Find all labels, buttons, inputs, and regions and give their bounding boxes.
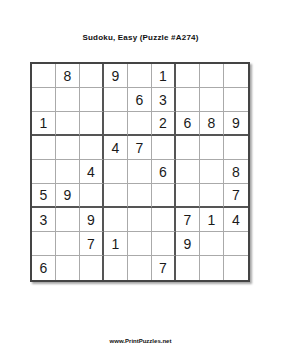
cell-r1c8[interactable]: [200, 64, 224, 88]
cell-r3c4[interactable]: [104, 112, 128, 136]
cell-r6c3[interactable]: [80, 184, 104, 208]
cell-r7c6[interactable]: [152, 208, 176, 232]
cell-r5c2[interactable]: [56, 160, 80, 184]
cell-r5c9[interactable]: 8: [224, 160, 248, 184]
cell-r1c2[interactable]: 8: [56, 64, 80, 88]
cell-r8c1[interactable]: [32, 232, 56, 256]
printed-puzzle-page: Sudoku, Easy (Puzzle #A274) 891631268947…: [0, 0, 281, 363]
cell-r5c8[interactable]: [200, 160, 224, 184]
cell-r9c3[interactable]: [80, 256, 104, 280]
cell-r6c6[interactable]: [152, 184, 176, 208]
cell-r9c1[interactable]: 6: [32, 256, 56, 280]
cell-r3c9[interactable]: 9: [224, 112, 248, 136]
cell-r7c2[interactable]: [56, 208, 80, 232]
cell-r5c5[interactable]: [128, 160, 152, 184]
cell-r1c1[interactable]: [32, 64, 56, 88]
cell-r8c5[interactable]: [128, 232, 152, 256]
cell-r3c7[interactable]: 6: [176, 112, 200, 136]
cell-r3c5[interactable]: [128, 112, 152, 136]
cell-r5c1[interactable]: [32, 160, 56, 184]
cell-r1c9[interactable]: [224, 64, 248, 88]
cell-r7c1[interactable]: 3: [32, 208, 56, 232]
cell-r7c9[interactable]: 4: [224, 208, 248, 232]
cell-r4c3[interactable]: [80, 136, 104, 160]
cell-r4c5[interactable]: 7: [128, 136, 152, 160]
cell-r1c7[interactable]: [176, 64, 200, 88]
cell-r5c7[interactable]: [176, 160, 200, 184]
cell-r4c7[interactable]: [176, 136, 200, 160]
cell-r9c4[interactable]: [104, 256, 128, 280]
cell-r4c6[interactable]: [152, 136, 176, 160]
cell-r6c2[interactable]: 9: [56, 184, 80, 208]
cell-r5c6[interactable]: 6: [152, 160, 176, 184]
cell-r6c8[interactable]: [200, 184, 224, 208]
cell-r8c6[interactable]: [152, 232, 176, 256]
cell-r9c2[interactable]: [56, 256, 80, 280]
cell-r9c9[interactable]: [224, 256, 248, 280]
cell-r3c3[interactable]: [80, 112, 104, 136]
cell-r2c1[interactable]: [32, 88, 56, 112]
cell-r1c3[interactable]: [80, 64, 104, 88]
cell-r7c5[interactable]: [128, 208, 152, 232]
cell-r2c8[interactable]: [200, 88, 224, 112]
cell-r8c9[interactable]: [224, 232, 248, 256]
cell-r2c5[interactable]: 6: [128, 88, 152, 112]
cell-r2c7[interactable]: [176, 88, 200, 112]
cell-r6c1[interactable]: 5: [32, 184, 56, 208]
cell-r8c2[interactable]: [56, 232, 80, 256]
cell-r4c1[interactable]: [32, 136, 56, 160]
cell-r8c8[interactable]: [200, 232, 224, 256]
cell-r9c7[interactable]: [176, 256, 200, 280]
cell-r5c4[interactable]: [104, 160, 128, 184]
cell-r7c3[interactable]: 9: [80, 208, 104, 232]
puzzle-title: Sudoku, Easy (Puzzle #A274): [0, 33, 281, 42]
cell-r2c4[interactable]: [104, 88, 128, 112]
cell-r6c7[interactable]: [176, 184, 200, 208]
cell-r3c8[interactable]: 8: [200, 112, 224, 136]
cell-r6c4[interactable]: [104, 184, 128, 208]
cell-r3c6[interactable]: 2: [152, 112, 176, 136]
cell-r6c5[interactable]: [128, 184, 152, 208]
cell-r6c9[interactable]: 7: [224, 184, 248, 208]
cell-r2c2[interactable]: [56, 88, 80, 112]
cell-r4c8[interactable]: [200, 136, 224, 160]
cell-r8c3[interactable]: 7: [80, 232, 104, 256]
sudoku-grid: 8916312689474685973971471967: [30, 62, 250, 282]
cell-r3c2[interactable]: [56, 112, 80, 136]
cell-r4c4[interactable]: 4: [104, 136, 128, 160]
cell-r1c6[interactable]: 1: [152, 64, 176, 88]
cell-r2c9[interactable]: [224, 88, 248, 112]
cell-r7c8[interactable]: 1: [200, 208, 224, 232]
cell-r2c3[interactable]: [80, 88, 104, 112]
cell-r4c9[interactable]: [224, 136, 248, 160]
cell-r8c7[interactable]: 9: [176, 232, 200, 256]
cell-r9c6[interactable]: 7: [152, 256, 176, 280]
cell-r9c8[interactable]: [200, 256, 224, 280]
cell-r7c4[interactable]: [104, 208, 128, 232]
cell-r9c5[interactable]: [128, 256, 152, 280]
cell-r4c2[interactable]: [56, 136, 80, 160]
cell-r3c1[interactable]: 1: [32, 112, 56, 136]
cell-r2c6[interactable]: 3: [152, 88, 176, 112]
cell-r7c7[interactable]: 7: [176, 208, 200, 232]
cell-r1c5[interactable]: [128, 64, 152, 88]
source-url: www.PrintPuzzles.net: [0, 338, 281, 344]
cell-r1c4[interactable]: 9: [104, 64, 128, 88]
cell-r5c3[interactable]: 4: [80, 160, 104, 184]
cell-r8c4[interactable]: 1: [104, 232, 128, 256]
